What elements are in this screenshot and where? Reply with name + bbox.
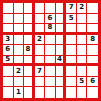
cell-r6c7[interactable]: [66, 56, 77, 67]
cell-r3c8[interactable]: [77, 24, 88, 35]
cell-r7c8[interactable]: [77, 66, 88, 77]
cell-r4c2[interactable]: [14, 35, 25, 46]
cell-r5c9[interactable]: [87, 45, 98, 56]
cell-r3c7[interactable]: [66, 24, 77, 35]
cell-r7c1[interactable]: [3, 66, 14, 77]
cell-r2c2[interactable]: [14, 14, 25, 25]
cell-r2c7[interactable]: 5: [66, 14, 77, 25]
cell-r3c5[interactable]: 8: [45, 24, 56, 35]
cell-r3c9[interactable]: [87, 24, 98, 35]
cell-r6c1[interactable]: 5: [3, 56, 14, 67]
cell-r6c2[interactable]: [14, 56, 25, 67]
cell-r2c4[interactable]: [35, 14, 46, 25]
cell-r7c2[interactable]: 2: [14, 66, 25, 77]
cell-r5c3[interactable]: 8: [24, 45, 35, 56]
cell-r4c3[interactable]: [24, 35, 35, 46]
cell-r2c8[interactable]: [77, 14, 88, 25]
cell-r4c7[interactable]: [66, 35, 77, 46]
cell-r7c3[interactable]: [24, 66, 35, 77]
cell-r3c3[interactable]: [24, 24, 35, 35]
cell-r7c6[interactable]: [56, 66, 67, 77]
cell-r9c2[interactable]: 1: [14, 87, 25, 98]
cell-r2c1[interactable]: [3, 14, 14, 25]
cell-r8c7[interactable]: [66, 77, 77, 88]
cell-r6c6[interactable]: 4: [56, 56, 67, 67]
cell-r9c9[interactable]: [87, 87, 98, 98]
cell-r7c9[interactable]: [87, 66, 98, 77]
cell-r8c5[interactable]: [45, 77, 56, 88]
cell-r4c5[interactable]: [45, 35, 56, 46]
cell-r4c1[interactable]: 3: [3, 35, 14, 46]
cell-r3c1[interactable]: [3, 24, 14, 35]
cell-r8c1[interactable]: [3, 77, 14, 88]
cell-r8c6[interactable]: [56, 77, 67, 88]
cell-r1c2[interactable]: [14, 3, 25, 14]
cell-r5c8[interactable]: [77, 45, 88, 56]
cell-r9c5[interactable]: [45, 87, 56, 98]
cell-r1c9[interactable]: [87, 3, 98, 14]
cell-r5c5[interactable]: [45, 45, 56, 56]
cell-r8c2[interactable]: [14, 77, 25, 88]
cell-r1c7[interactable]: 7: [66, 3, 77, 14]
cell-r6c3[interactable]: [24, 56, 35, 67]
cell-r8c9[interactable]: 6: [87, 77, 98, 88]
cell-r9c6[interactable]: [56, 87, 67, 98]
cell-r4c6[interactable]: [56, 35, 67, 46]
cell-r5c2[interactable]: [14, 45, 25, 56]
cell-r1c1[interactable]: [3, 3, 14, 14]
cell-r2c6[interactable]: [56, 14, 67, 25]
cell-r9c8[interactable]: [77, 87, 88, 98]
cell-r3c4[interactable]: [35, 24, 46, 35]
cell-r2c9[interactable]: [87, 14, 98, 25]
cell-r1c3[interactable]: [24, 3, 35, 14]
cell-r3c6[interactable]: [56, 24, 67, 35]
cell-r9c4[interactable]: [35, 87, 46, 98]
cell-r6c9[interactable]: [87, 56, 98, 67]
cell-r1c5[interactable]: [45, 3, 56, 14]
cell-r3c2[interactable]: [14, 24, 25, 35]
cell-r8c3[interactable]: [24, 77, 35, 88]
cell-r9c3[interactable]: [24, 87, 35, 98]
cell-r5c4[interactable]: [35, 45, 46, 56]
cell-r9c1[interactable]: [3, 87, 14, 98]
cell-r8c4[interactable]: [35, 77, 46, 88]
cell-r1c8[interactable]: 2: [77, 3, 88, 14]
cell-r6c5[interactable]: [45, 56, 56, 67]
cell-r4c8[interactable]: [77, 35, 88, 46]
cell-r7c5[interactable]: [45, 66, 56, 77]
cell-r9c7[interactable]: [66, 87, 77, 98]
cell-r1c4[interactable]: [35, 3, 46, 14]
cell-r7c7[interactable]: [66, 66, 77, 77]
cell-r2c3[interactable]: [24, 14, 35, 25]
cell-r1c6[interactable]: [56, 3, 67, 14]
cell-r5c7[interactable]: [66, 45, 77, 56]
cell-r8c8[interactable]: 5: [77, 77, 88, 88]
cell-r4c9[interactable]: 8: [87, 35, 98, 46]
cell-r7c4[interactable]: 7: [35, 66, 46, 77]
cell-r6c4[interactable]: [35, 56, 46, 67]
cell-r6c8[interactable]: [77, 56, 88, 67]
cell-r4c4[interactable]: 2: [35, 35, 46, 46]
sudoku-board: 72658328685427561: [0, 0, 101, 101]
